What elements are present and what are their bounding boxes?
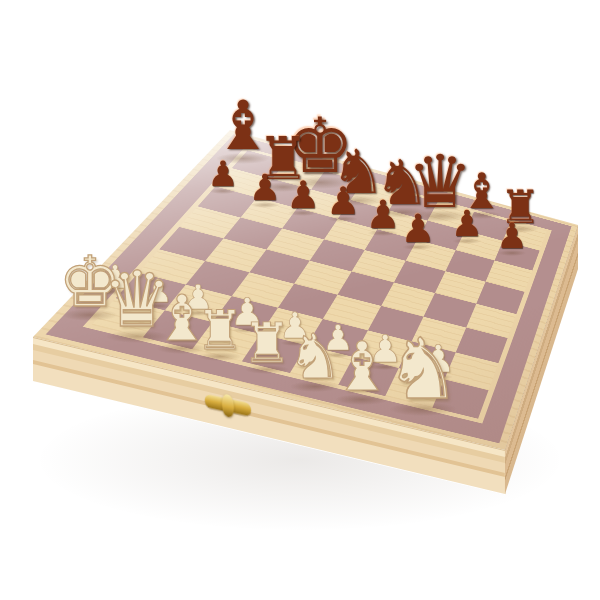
rook-glyph: ♜ [242,316,291,371]
pawn-glyph: ♟ [496,219,527,254]
pawn-glyph: ♟ [326,182,360,220]
clasp-knob [222,393,235,418]
clasp-right-wing [232,399,251,416]
pawn-glyph: ♟ [207,157,238,192]
rook-glyph: ♜ [196,304,244,358]
pawn-glyph: ♟ [401,209,436,248]
bishop-glyph: ♝ [332,333,393,401]
brass-clasp[interactable] [205,390,252,424]
pawn-glyph: ♟ [366,195,401,234]
pawn-glyph: ♟ [451,206,483,242]
pawn-glyph: ♟ [249,170,281,206]
knight-glyph: ♞ [385,327,460,411]
pawn-glyph: ♟ [286,176,320,214]
product-photo-scene: ♝♚♜♟♞♟♞♟♝♛♟♜♟♟♟♟♟♟♟♚♟♛♟♝♟♜♟♜♟♞♝♞ [0,0,600,600]
